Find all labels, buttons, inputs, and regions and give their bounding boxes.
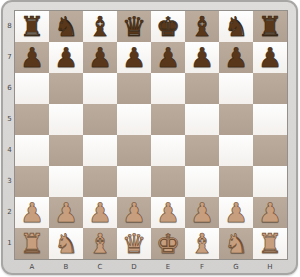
square-d8[interactable]: ♛ — [117, 11, 151, 42]
file-label-d: D — [117, 261, 151, 275]
black-bishop[interactable]: ♝ — [88, 11, 112, 42]
file-label-e: E — [151, 261, 185, 275]
square-g2[interactable]: ♟ — [219, 197, 253, 228]
square-h7[interactable]: ♟ — [253, 42, 287, 73]
square-g1[interactable]: ♞ — [219, 228, 253, 259]
square-b4[interactable] — [49, 135, 83, 166]
white-rook[interactable]: ♜ — [258, 228, 282, 259]
square-e4[interactable] — [151, 135, 185, 166]
square-h4[interactable] — [253, 135, 287, 166]
square-e8[interactable]: ♚ — [151, 11, 185, 42]
square-d3[interactable] — [117, 166, 151, 197]
square-d7[interactable]: ♟ — [117, 42, 151, 73]
file-label-g: G — [219, 261, 253, 275]
square-f4[interactable] — [185, 135, 219, 166]
black-king[interactable]: ♚ — [156, 11, 180, 42]
black-rook[interactable]: ♜ — [20, 11, 44, 42]
file-label-a: A — [15, 261, 49, 275]
square-a3[interactable] — [15, 166, 49, 197]
black-bishop[interactable]: ♝ — [190, 11, 214, 42]
square-c8[interactable]: ♝ — [83, 11, 117, 42]
rank-label-1: 1 — [5, 228, 14, 259]
square-g6[interactable] — [219, 73, 253, 104]
rank-label-2: 2 — [5, 197, 14, 228]
white-pawn[interactable]: ♟ — [224, 197, 248, 228]
square-b8[interactable]: ♞ — [49, 11, 83, 42]
square-g3[interactable] — [219, 166, 253, 197]
rank-label-3: 3 — [5, 166, 14, 197]
square-e7[interactable]: ♟ — [151, 42, 185, 73]
square-a4[interactable] — [15, 135, 49, 166]
black-pawn[interactable]: ♟ — [224, 42, 248, 73]
white-rook[interactable]: ♜ — [20, 228, 44, 259]
square-g8[interactable]: ♞ — [219, 11, 253, 42]
square-b5[interactable] — [49, 104, 83, 135]
black-knight[interactable]: ♞ — [54, 11, 78, 42]
square-f5[interactable] — [185, 104, 219, 135]
square-c2[interactable]: ♟ — [83, 197, 117, 228]
white-pawn[interactable]: ♟ — [20, 197, 44, 228]
square-e2[interactable]: ♟ — [151, 197, 185, 228]
black-rook[interactable]: ♜ — [258, 11, 282, 42]
square-c3[interactable] — [83, 166, 117, 197]
square-a8[interactable]: ♜ — [15, 11, 49, 42]
square-f2[interactable]: ♟ — [185, 197, 219, 228]
square-d6[interactable] — [117, 73, 151, 104]
file-label-f: F — [185, 261, 219, 275]
square-e1[interactable]: ♚ — [151, 228, 185, 259]
square-a6[interactable] — [15, 73, 49, 104]
white-pawn[interactable]: ♟ — [258, 197, 282, 228]
square-c5[interactable] — [83, 104, 117, 135]
square-h1[interactable]: ♜ — [253, 228, 287, 259]
square-a7[interactable]: ♟ — [15, 42, 49, 73]
square-c4[interactable] — [83, 135, 117, 166]
square-g5[interactable] — [219, 104, 253, 135]
square-b1[interactable]: ♞ — [49, 228, 83, 259]
white-queen[interactable]: ♛ — [122, 228, 146, 259]
black-knight[interactable]: ♞ — [224, 11, 248, 42]
square-g4[interactable] — [219, 135, 253, 166]
square-d2[interactable]: ♟ — [117, 197, 151, 228]
square-b7[interactable]: ♟ — [49, 42, 83, 73]
square-f6[interactable] — [185, 73, 219, 104]
square-d4[interactable] — [117, 135, 151, 166]
black-pawn[interactable]: ♟ — [88, 42, 112, 73]
square-f1[interactable]: ♝ — [185, 228, 219, 259]
square-f7[interactable]: ♟ — [185, 42, 219, 73]
square-d5[interactable] — [117, 104, 151, 135]
square-h3[interactable] — [253, 166, 287, 197]
square-c1[interactable]: ♝ — [83, 228, 117, 259]
white-bishop[interactable]: ♝ — [190, 228, 214, 259]
black-pawn[interactable]: ♟ — [258, 42, 282, 73]
square-c6[interactable] — [83, 73, 117, 104]
square-h6[interactable] — [253, 73, 287, 104]
black-pawn[interactable]: ♟ — [156, 42, 180, 73]
square-f3[interactable] — [185, 166, 219, 197]
square-g7[interactable]: ♟ — [219, 42, 253, 73]
square-a5[interactable] — [15, 104, 49, 135]
square-f8[interactable]: ♝ — [185, 11, 219, 42]
white-knight[interactable]: ♞ — [224, 228, 248, 259]
rank-label-8: 8 — [5, 11, 14, 42]
white-pawn[interactable]: ♟ — [156, 197, 180, 228]
black-queen[interactable]: ♛ — [122, 11, 146, 42]
square-e3[interactable] — [151, 166, 185, 197]
black-pawn[interactable]: ♟ — [20, 42, 44, 73]
white-pawn[interactable]: ♟ — [190, 197, 214, 228]
file-label-b: B — [49, 261, 83, 275]
square-a1[interactable]: ♜ — [15, 228, 49, 259]
white-king[interactable]: ♚ — [156, 228, 180, 259]
black-pawn[interactable]: ♟ — [190, 42, 214, 73]
rank-label-7: 7 — [5, 42, 14, 73]
square-e5[interactable] — [151, 104, 185, 135]
square-e6[interactable] — [151, 73, 185, 104]
rank-label-4: 4 — [5, 135, 14, 166]
square-h2[interactable]: ♟ — [253, 197, 287, 228]
rank-label-5: 5 — [5, 104, 14, 135]
rank-label-6: 6 — [5, 73, 14, 104]
white-pawn[interactable]: ♟ — [54, 197, 78, 228]
square-c7[interactable]: ♟ — [83, 42, 117, 73]
square-h8[interactable]: ♜ — [253, 11, 287, 42]
black-pawn[interactable]: ♟ — [122, 42, 146, 73]
file-labels: ABCDEFGH — [15, 261, 287, 275]
chess-board-widget: 87654321 ♜♞♝♛♚♝♞♜♟♟♟♟♟♟♟♟♟♟♟♟♟♟♟♟♜♞♝♛♚♝♞… — [0, 0, 300, 277]
board-frame: 87654321 ♜♞♝♛♚♝♞♜♟♟♟♟♟♟♟♟♟♟♟♟♟♟♟♟♜♞♝♛♚♝♞… — [1, 0, 298, 275]
rank-labels: 87654321 — [5, 11, 14, 259]
square-h5[interactable] — [253, 104, 287, 135]
white-pawn[interactable]: ♟ — [88, 197, 112, 228]
square-b3[interactable] — [49, 166, 83, 197]
file-label-h: H — [253, 261, 287, 275]
square-b2[interactable]: ♟ — [49, 197, 83, 228]
board-grid: ♜♞♝♛♚♝♞♜♟♟♟♟♟♟♟♟♟♟♟♟♟♟♟♟♜♞♝♛♚♝♞♜ — [15, 11, 287, 259]
file-label-c: C — [83, 261, 117, 275]
square-d1[interactable]: ♛ — [117, 228, 151, 259]
white-bishop[interactable]: ♝ — [88, 228, 112, 259]
white-pawn[interactable]: ♟ — [122, 197, 146, 228]
white-knight[interactable]: ♞ — [54, 228, 78, 259]
square-b6[interactable] — [49, 73, 83, 104]
square-a2[interactable]: ♟ — [15, 197, 49, 228]
black-pawn[interactable]: ♟ — [54, 42, 78, 73]
